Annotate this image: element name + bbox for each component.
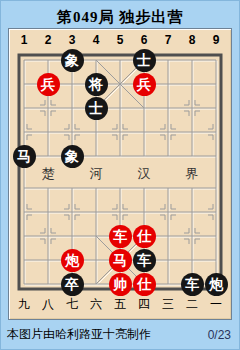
file-label-bottom: 五 (108, 296, 132, 313)
piece-red-cannon[interactable]: 炮 (61, 249, 84, 272)
file-label-top: 3 (60, 33, 84, 48)
bottom-file-labels: 九八七六五四三二一 (12, 296, 228, 313)
piece-black-horse[interactable]: 马 (13, 145, 36, 168)
footer: 本图片由哈利路亚十亮制作 0/23 (1, 320, 239, 343)
file-label-bottom: 八 (36, 296, 60, 313)
pieces-layer: 象士兵将兵士马象车仕炮马车卒帅仕车炮 (12, 48, 228, 296)
piece-red-pawn[interactable]: 兵 (37, 73, 60, 96)
file-label-bottom: 二 (180, 296, 204, 313)
file-label-top: 8 (180, 33, 204, 48)
xiangqi-board: 楚河汉界 象士兵将兵士马象车仕炮马车卒帅仕车炮 (12, 48, 228, 296)
piece-red-chariot[interactable]: 车 (109, 225, 132, 248)
top-file-labels: 123456789 (12, 33, 228, 48)
credit-text: 本图片由哈利路亚十亮制作 (7, 326, 151, 343)
piece-black-pawn[interactable]: 卒 (61, 273, 84, 296)
piece-red-advisor[interactable]: 仕 (133, 273, 156, 296)
file-label-top: 5 (108, 33, 132, 48)
file-label-top: 9 (204, 33, 228, 48)
file-label-bottom: 四 (132, 296, 156, 313)
piece-black-elephant[interactable]: 象 (61, 49, 84, 72)
piece-red-pawn[interactable]: 兵 (133, 73, 156, 96)
file-label-top: 6 (132, 33, 156, 48)
file-label-bottom: 三 (156, 296, 180, 313)
file-label-top: 4 (84, 33, 108, 48)
piece-black-cannon[interactable]: 炮 (205, 273, 228, 296)
file-label-bottom: 七 (60, 296, 84, 313)
board-panel: 123456789 楚河汉界 象士兵将兵士马象车仕炮马车卒帅仕车炮 九八七六五四… (8, 28, 232, 320)
piece-black-elephant[interactable]: 象 (61, 145, 84, 168)
file-label-top: 7 (156, 33, 180, 48)
page-title: 第049局 独步出营 (1, 1, 239, 28)
piece-red-general[interactable]: 帅 (109, 273, 132, 296)
piece-red-advisor[interactable]: 仕 (133, 225, 156, 248)
piece-black-advisor[interactable]: 士 (133, 49, 156, 72)
piece-red-horse[interactable]: 马 (109, 249, 132, 272)
piece-black-chariot[interactable]: 车 (133, 249, 156, 272)
file-label-top: 1 (12, 33, 36, 48)
piece-black-chariot[interactable]: 车 (181, 273, 204, 296)
file-label-bottom: 一 (204, 296, 228, 313)
file-label-top: 2 (36, 33, 60, 48)
piece-black-general[interactable]: 将 (85, 73, 108, 96)
piece-black-advisor[interactable]: 士 (85, 97, 108, 120)
move-counter: 0/23 (208, 328, 231, 342)
file-label-bottom: 九 (12, 296, 36, 313)
file-label-bottom: 六 (84, 296, 108, 313)
